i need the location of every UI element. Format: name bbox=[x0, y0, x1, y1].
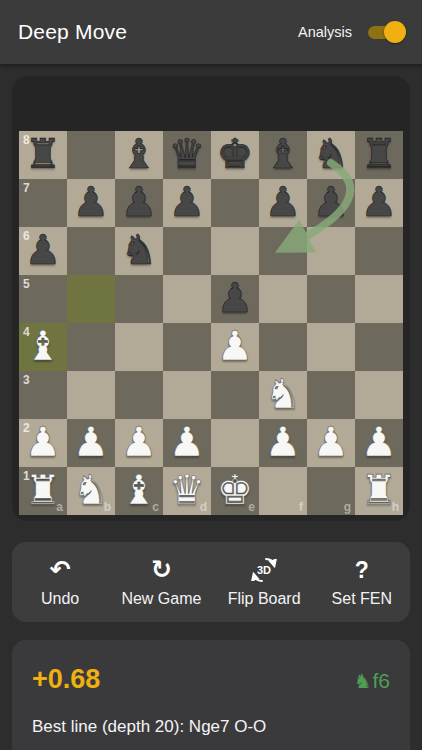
toolbar: ↶Undo↻New Game3DFlip Board?Set FEN bbox=[12, 542, 410, 622]
square-h2[interactable]: ♟ bbox=[355, 419, 403, 467]
square-d2[interactable]: ♟ bbox=[163, 419, 211, 467]
square-c5[interactable] bbox=[115, 275, 163, 323]
square-c8[interactable]: ♝ bbox=[115, 131, 163, 179]
square-d3[interactable] bbox=[163, 371, 211, 419]
piece-white-r-a1[interactable]: ♜ bbox=[19, 467, 67, 515]
square-e1[interactable]: e♚ bbox=[211, 467, 259, 515]
set-fen-button[interactable]: ?Set FEN bbox=[327, 556, 397, 608]
square-e4[interactable]: ♟ bbox=[211, 323, 259, 371]
undo-icon: ↶ bbox=[50, 556, 71, 584]
piece-white-p-d2[interactable]: ♟ bbox=[163, 419, 211, 467]
square-f2[interactable]: ♟ bbox=[259, 419, 307, 467]
square-h3[interactable] bbox=[355, 371, 403, 419]
piece-black-p-b7[interactable]: ♟ bbox=[67, 179, 115, 227]
square-a3[interactable]: 3 bbox=[19, 371, 67, 419]
piece-black-n-c6[interactable]: ♞ bbox=[115, 227, 163, 275]
square-a4[interactable]: 4♝ bbox=[19, 323, 67, 371]
toggle-thumb bbox=[384, 21, 406, 43]
piece-black-q-d8[interactable]: ♛ bbox=[163, 131, 211, 179]
square-g2[interactable]: ♟ bbox=[307, 419, 355, 467]
set-fen-question-icon: ? bbox=[355, 556, 369, 584]
analysis-panel: +0.68 ♞ f6 Best line (depth 20): Nge7 O-… bbox=[12, 640, 410, 750]
evaluation-score: +0.68 bbox=[32, 664, 100, 695]
square-a6[interactable]: 6♟ bbox=[19, 227, 67, 275]
square-e7[interactable] bbox=[211, 179, 259, 227]
knight-icon: ♞ bbox=[354, 669, 372, 693]
square-a7[interactable]: 7 bbox=[19, 179, 67, 227]
file-label-g: g bbox=[344, 500, 351, 514]
square-c7[interactable]: ♟ bbox=[115, 179, 163, 227]
piece-white-n-f3[interactable]: ♞ bbox=[259, 371, 307, 419]
piece-white-p-c2[interactable]: ♟ bbox=[115, 419, 163, 467]
piece-white-p-f2[interactable]: ♟ bbox=[259, 419, 307, 467]
square-d7[interactable]: ♟ bbox=[163, 179, 211, 227]
app-header: Deep Move Analysis bbox=[0, 0, 422, 64]
piece-black-r-h8[interactable]: ♜ bbox=[355, 131, 403, 179]
piece-white-q-d1[interactable]: ♛ bbox=[163, 467, 211, 515]
piece-white-r-h1[interactable]: ♜ bbox=[355, 467, 403, 515]
square-b2[interactable]: ♟ bbox=[67, 419, 115, 467]
square-h7[interactable]: ♟ bbox=[355, 179, 403, 227]
piece-white-p-g2[interactable]: ♟ bbox=[307, 419, 355, 467]
square-d1[interactable]: d♛ bbox=[163, 467, 211, 515]
flip-board-3d-icon: 3D bbox=[249, 556, 279, 584]
piece-black-p-a6[interactable]: ♟ bbox=[19, 227, 67, 275]
square-b8[interactable] bbox=[67, 131, 115, 179]
piece-black-p-c7[interactable]: ♟ bbox=[115, 179, 163, 227]
chess-board[interactable]: 8♜♝♛♚♝♞♜7♟♟♟♟♟♟6♟♞5♟4♝♟3♞2♟♟♟♟♟♟♟1a♜b♞c♝… bbox=[19, 131, 403, 515]
piece-white-p-b2[interactable]: ♟ bbox=[67, 419, 115, 467]
hint-move-square: f6 bbox=[372, 669, 390, 693]
piece-black-b-c8[interactable]: ♝ bbox=[115, 131, 163, 179]
square-f7[interactable]: ♟ bbox=[259, 179, 307, 227]
square-b4[interactable] bbox=[67, 323, 115, 371]
piece-black-b-f8[interactable]: ♝ bbox=[259, 131, 307, 179]
square-a5[interactable]: 5 bbox=[19, 275, 67, 323]
square-b7[interactable]: ♟ bbox=[67, 179, 115, 227]
square-e2[interactable] bbox=[211, 419, 259, 467]
square-f4[interactable] bbox=[259, 323, 307, 371]
square-h5[interactable] bbox=[355, 275, 403, 323]
flip-board-button[interactable]: 3DFlip Board bbox=[228, 556, 301, 608]
square-e5[interactable]: ♟ bbox=[211, 275, 259, 323]
square-c3[interactable] bbox=[115, 371, 163, 419]
piece-black-n-g8[interactable]: ♞ bbox=[307, 131, 355, 179]
square-e6[interactable] bbox=[211, 227, 259, 275]
square-g5[interactable] bbox=[307, 275, 355, 323]
best-line-text: Best line (depth 20): Nge7 O-O bbox=[32, 717, 390, 737]
piece-black-p-e5[interactable]: ♟ bbox=[211, 275, 259, 323]
square-c4[interactable] bbox=[115, 323, 163, 371]
rank-label-3: 3 bbox=[23, 373, 30, 387]
piece-white-n-b1[interactable]: ♞ bbox=[67, 467, 115, 515]
app-title: Deep Move bbox=[18, 20, 127, 44]
square-d6[interactable] bbox=[163, 227, 211, 275]
square-h6[interactable] bbox=[355, 227, 403, 275]
square-h8[interactable]: ♜ bbox=[355, 131, 403, 179]
undo-button[interactable]: ↶Undo bbox=[25, 556, 95, 608]
square-g7[interactable]: ♟ bbox=[307, 179, 355, 227]
analysis-toggle[interactable] bbox=[366, 20, 404, 44]
rank-label-5: 5 bbox=[23, 277, 30, 291]
square-g1[interactable]: g bbox=[307, 467, 355, 515]
new-game-button[interactable]: ↻New Game bbox=[121, 556, 201, 608]
board-card: 8♜♝♛♚♝♞♜7♟♟♟♟♟♟6♟♞5♟4♝♟3♞2♟♟♟♟♟♟♟1a♜b♞c♝… bbox=[12, 76, 410, 521]
square-b1[interactable]: b♞ bbox=[67, 467, 115, 515]
square-e8[interactable]: ♚ bbox=[211, 131, 259, 179]
square-e3[interactable] bbox=[211, 371, 259, 419]
square-f1[interactable]: f bbox=[259, 467, 307, 515]
piece-black-p-h7[interactable]: ♟ bbox=[355, 179, 403, 227]
square-d4[interactable] bbox=[163, 323, 211, 371]
square-h1[interactable]: h♜ bbox=[355, 467, 403, 515]
svg-text:3D: 3D bbox=[257, 564, 271, 576]
square-a1[interactable]: 1a♜ bbox=[19, 467, 67, 515]
square-d5[interactable] bbox=[163, 275, 211, 323]
square-c2[interactable]: ♟ bbox=[115, 419, 163, 467]
piece-white-p-e4[interactable]: ♟ bbox=[211, 323, 259, 371]
piece-black-k-e8[interactable]: ♚ bbox=[211, 131, 259, 179]
piece-white-b-a4[interactable]: ♝ bbox=[19, 323, 67, 371]
piece-black-r-a8[interactable]: ♜ bbox=[19, 131, 67, 179]
piece-white-b-c1[interactable]: ♝ bbox=[115, 467, 163, 515]
rank-label-7: 7 bbox=[23, 181, 30, 195]
square-a8[interactable]: 8♜ bbox=[19, 131, 67, 179]
square-a2[interactable]: 2♟ bbox=[19, 419, 67, 467]
piece-black-p-g7[interactable]: ♟ bbox=[307, 179, 355, 227]
square-c6[interactable]: ♞ bbox=[115, 227, 163, 275]
square-c1[interactable]: c♝ bbox=[115, 467, 163, 515]
undo-label: Undo bbox=[41, 590, 79, 608]
square-h4[interactable] bbox=[355, 323, 403, 371]
new-game-label: New Game bbox=[121, 590, 201, 608]
flip-board-label: Flip Board bbox=[228, 590, 301, 608]
square-g6[interactable] bbox=[307, 227, 355, 275]
square-b5[interactable] bbox=[67, 275, 115, 323]
piece-white-p-a2[interactable]: ♟ bbox=[19, 419, 67, 467]
new-game-icon: ↻ bbox=[151, 556, 172, 584]
square-b3[interactable] bbox=[67, 371, 115, 419]
analysis-label: Analysis bbox=[298, 24, 352, 40]
square-b6[interactable] bbox=[67, 227, 115, 275]
square-f8[interactable]: ♝ bbox=[259, 131, 307, 179]
file-label-f: f bbox=[299, 500, 303, 514]
piece-black-p-f7[interactable]: ♟ bbox=[259, 179, 307, 227]
square-g8[interactable]: ♞ bbox=[307, 131, 355, 179]
square-f6[interactable] bbox=[259, 227, 307, 275]
square-g4[interactable] bbox=[307, 323, 355, 371]
square-f5[interactable] bbox=[259, 275, 307, 323]
set-fen-label: Set FEN bbox=[332, 590, 392, 608]
square-g3[interactable] bbox=[307, 371, 355, 419]
piece-black-p-d7[interactable]: ♟ bbox=[163, 179, 211, 227]
piece-white-p-h2[interactable]: ♟ bbox=[355, 419, 403, 467]
piece-white-k-e1[interactable]: ♚ bbox=[211, 467, 259, 515]
square-d8[interactable]: ♛ bbox=[163, 131, 211, 179]
hint-move-badge[interactable]: ♞ f6 bbox=[354, 669, 390, 693]
square-f3[interactable]: ♞ bbox=[259, 371, 307, 419]
